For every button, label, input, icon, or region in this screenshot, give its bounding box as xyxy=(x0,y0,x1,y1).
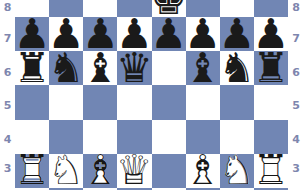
square-a3[interactable]: ♜♖ xyxy=(15,154,49,188)
square-e6[interactable] xyxy=(152,51,186,85)
white-bishop-piece: ♝♗ xyxy=(184,150,221,190)
square-d6[interactable]: ♛ xyxy=(117,51,151,85)
rank-label-right-7: 7 xyxy=(288,33,304,44)
square-b3[interactable]: ♞♘ xyxy=(49,154,83,188)
white-knight-piece: ♞♘ xyxy=(218,150,255,190)
rank-label-right-4: 4 xyxy=(288,134,304,145)
square-d3[interactable]: ♛♕ xyxy=(117,154,151,188)
square-g2[interactable] xyxy=(220,188,254,190)
square-b5[interactable] xyxy=(49,85,83,119)
black-knight-piece: ♞ xyxy=(48,48,85,89)
square-g5[interactable] xyxy=(220,85,254,119)
rank-label-left-4: 4 xyxy=(0,134,15,145)
white-piece-outline: ♖ xyxy=(14,146,51,190)
rank-label-right-6: 6 xyxy=(288,67,304,78)
square-e2[interactable] xyxy=(152,188,186,190)
white-piece-outline: ♘ xyxy=(218,146,255,190)
square-h6[interactable]: ♜ xyxy=(254,51,288,85)
square-f5[interactable] xyxy=(186,85,220,119)
black-rook-piece: ♜ xyxy=(14,48,51,89)
rank-labels-right: 876543 xyxy=(288,0,304,190)
square-f3[interactable]: ♝♗ xyxy=(186,154,220,188)
white-knight-piece: ♞♘ xyxy=(48,150,85,190)
square-a6[interactable]: ♜ xyxy=(15,51,49,85)
square-h3[interactable]: ♜♖ xyxy=(254,154,288,188)
white-piece-outline: ♕ xyxy=(116,146,153,190)
white-rook-piece: ♜♖ xyxy=(253,150,290,190)
square-g3[interactable]: ♞♘ xyxy=(220,154,254,188)
black-pawn-piece: ♟ xyxy=(150,14,187,55)
square-c3[interactable]: ♝♗ xyxy=(83,154,117,188)
board-grid: ♚♟♟♟♟♟♟♟♟♜♞♝♛♝♞♜♜♖♞♘♝♗♛♕♝♗♞♘♜♖ xyxy=(15,0,288,190)
square-h5[interactable] xyxy=(254,85,288,119)
rank-label-right-5: 5 xyxy=(288,100,304,111)
square-e5[interactable] xyxy=(152,85,186,119)
square-e7[interactable]: ♟ xyxy=(152,17,186,51)
black-knight-piece: ♞ xyxy=(218,48,255,89)
square-c5[interactable] xyxy=(83,85,117,119)
square-c2[interactable] xyxy=(83,188,117,190)
square-h2[interactable] xyxy=(254,188,288,190)
square-d5[interactable] xyxy=(117,85,151,119)
square-g6[interactable]: ♞ xyxy=(220,51,254,85)
square-a2[interactable] xyxy=(15,188,49,190)
black-queen-piece: ♛ xyxy=(116,48,153,89)
black-rook-piece: ♜ xyxy=(253,48,290,89)
white-bishop-piece: ♝♗ xyxy=(82,150,119,190)
square-d2[interactable] xyxy=(117,188,151,190)
white-piece-outline: ♗ xyxy=(184,146,221,190)
white-queen-piece: ♛♕ xyxy=(116,150,153,190)
square-b6[interactable]: ♞ xyxy=(49,51,83,85)
rank-label-left-5: 5 xyxy=(0,100,15,111)
rank-label-right-8: 8 xyxy=(288,2,304,13)
rank-label-left-8: 8 xyxy=(0,2,15,13)
black-bishop-piece: ♝ xyxy=(82,48,119,89)
white-piece-outline: ♖ xyxy=(253,146,290,190)
square-e4[interactable] xyxy=(152,120,186,154)
square-f2[interactable] xyxy=(186,188,220,190)
white-piece-outline: ♘ xyxy=(48,146,85,190)
square-f6[interactable]: ♝ xyxy=(186,51,220,85)
rank-label-right-3: 3 xyxy=(288,163,304,174)
chessboard-screenshot: 876543 ♚♟♟♟♟♟♟♟♟♜♞♝♛♝♞♜♜♖♞♘♝♗♛♕♝♗♞♘♜♖ 87… xyxy=(0,0,304,190)
square-b2[interactable] xyxy=(49,188,83,190)
white-piece-outline: ♗ xyxy=(82,146,119,190)
white-rook-piece: ♜♖ xyxy=(14,150,51,190)
black-bishop-piece: ♝ xyxy=(184,48,221,89)
square-e3[interactable] xyxy=(152,154,186,188)
square-a5[interactable] xyxy=(15,85,49,119)
square-c6[interactable]: ♝ xyxy=(83,51,117,85)
